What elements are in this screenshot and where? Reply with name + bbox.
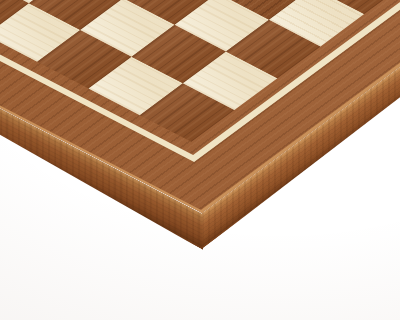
- chessboard: [0, 0, 400, 213]
- scene: [0, 0, 400, 320]
